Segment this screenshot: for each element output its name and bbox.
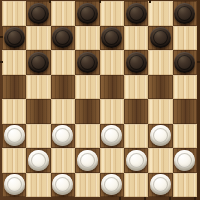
square-r5c6[interactable] (148, 124, 172, 149)
piece-black[interactable] (126, 3, 147, 24)
square-r5c1[interactable] (26, 124, 50, 149)
square-r7c0[interactable] (2, 173, 26, 198)
square-r2c0[interactable] (2, 50, 26, 75)
square-r3c6[interactable] (148, 75, 172, 100)
square-r4c1[interactable] (26, 99, 50, 124)
square-r5c4[interactable] (100, 124, 124, 149)
frame-tick (49, 0, 51, 3)
square-r3c4[interactable] (100, 75, 124, 100)
piece-white[interactable] (101, 125, 122, 146)
square-r5c7[interactable] (173, 124, 197, 149)
piece-white[interactable] (4, 174, 25, 195)
square-r0c0[interactable] (2, 1, 26, 26)
square-r0c3[interactable] (75, 1, 99, 26)
piece-white[interactable] (150, 174, 171, 195)
square-r0c2[interactable] (51, 1, 75, 26)
piece-black[interactable] (77, 52, 98, 73)
square-r7c6[interactable] (148, 173, 172, 198)
piece-black[interactable] (174, 3, 195, 24)
square-r1c2[interactable] (51, 26, 75, 51)
square-r0c1[interactable] (26, 1, 50, 26)
square-r6c5[interactable] (124, 148, 148, 173)
square-r0c4[interactable] (100, 1, 124, 26)
square-r3c7[interactable] (173, 75, 197, 100)
square-r2c6[interactable] (148, 50, 172, 75)
piece-black[interactable] (77, 3, 98, 24)
piece-black[interactable] (126, 52, 147, 73)
square-r2c5[interactable] (124, 50, 148, 75)
square-r5c2[interactable] (51, 124, 75, 149)
square-r4c3[interactable] (75, 99, 99, 124)
square-r5c5[interactable] (124, 124, 148, 149)
piece-white[interactable] (174, 150, 195, 171)
frame-tick (169, 197, 171, 200)
square-r0c7[interactable] (173, 1, 197, 26)
square-r1c0[interactable] (2, 26, 26, 51)
square-r4c0[interactable] (2, 99, 26, 124)
piece-black[interactable] (174, 52, 195, 73)
square-r3c2[interactable] (51, 75, 75, 100)
square-r0c5[interactable] (124, 1, 148, 26)
piece-white[interactable] (150, 125, 171, 146)
square-r7c4[interactable] (100, 173, 124, 198)
square-r6c0[interactable] (2, 148, 26, 173)
square-r3c0[interactable] (2, 75, 26, 100)
square-r6c7[interactable] (173, 148, 197, 173)
piece-black[interactable] (52, 27, 73, 48)
square-r5c3[interactable] (75, 124, 99, 149)
piece-white[interactable] (52, 174, 73, 195)
square-r6c6[interactable] (148, 148, 172, 173)
square-r7c1[interactable] (26, 173, 50, 198)
square-r7c3[interactable] (75, 173, 99, 198)
frame-tick (0, 36, 3, 38)
square-r3c3[interactable] (75, 75, 99, 100)
piece-white[interactable] (28, 150, 49, 171)
square-r4c4[interactable] (100, 99, 124, 124)
frame-tick (99, 0, 101, 3)
square-r3c1[interactable] (26, 75, 50, 100)
square-r1c4[interactable] (100, 26, 124, 51)
square-r3c5[interactable] (124, 75, 148, 100)
piece-black[interactable] (4, 27, 25, 48)
piece-black[interactable] (101, 27, 122, 48)
frame-tick (144, 197, 146, 200)
square-r2c2[interactable] (51, 50, 75, 75)
frame-tick (0, 61, 3, 63)
square-r2c1[interactable] (26, 50, 50, 75)
checkers-app (0, 0, 200, 200)
frame-tick (119, 197, 121, 200)
frame-tick (194, 197, 196, 200)
square-r4c7[interactable] (173, 99, 197, 124)
square-r7c5[interactable] (124, 173, 148, 198)
square-r7c7[interactable] (173, 173, 197, 198)
piece-black[interactable] (28, 52, 49, 73)
square-r1c3[interactable] (75, 26, 99, 51)
square-r6c1[interactable] (26, 148, 50, 173)
piece-black[interactable] (28, 3, 49, 24)
square-r6c3[interactable] (75, 148, 99, 173)
frame-tick (149, 0, 151, 3)
square-r4c2[interactable] (51, 99, 75, 124)
piece-white[interactable] (52, 125, 73, 146)
square-r1c6[interactable] (148, 26, 172, 51)
square-r6c2[interactable] (51, 148, 75, 173)
square-r2c3[interactable] (75, 50, 99, 75)
square-r2c7[interactable] (173, 50, 197, 75)
square-r4c5[interactable] (124, 99, 148, 124)
piece-white[interactable] (77, 150, 98, 171)
square-r1c1[interactable] (26, 26, 50, 51)
piece-white[interactable] (4, 125, 25, 146)
piece-white[interactable] (126, 150, 147, 171)
checkers-board (2, 1, 197, 197)
piece-black[interactable] (150, 27, 171, 48)
square-r7c2[interactable] (51, 173, 75, 198)
square-r4c6[interactable] (148, 99, 172, 124)
square-r2c4[interactable] (100, 50, 124, 75)
board-frame (0, 0, 200, 200)
square-r6c4[interactable] (100, 148, 124, 173)
square-r5c0[interactable] (2, 124, 26, 149)
square-r0c6[interactable] (148, 1, 172, 26)
square-r1c7[interactable] (173, 26, 197, 51)
frame-tick (197, 61, 200, 63)
square-r1c5[interactable] (124, 26, 148, 51)
piece-white[interactable] (101, 174, 122, 195)
